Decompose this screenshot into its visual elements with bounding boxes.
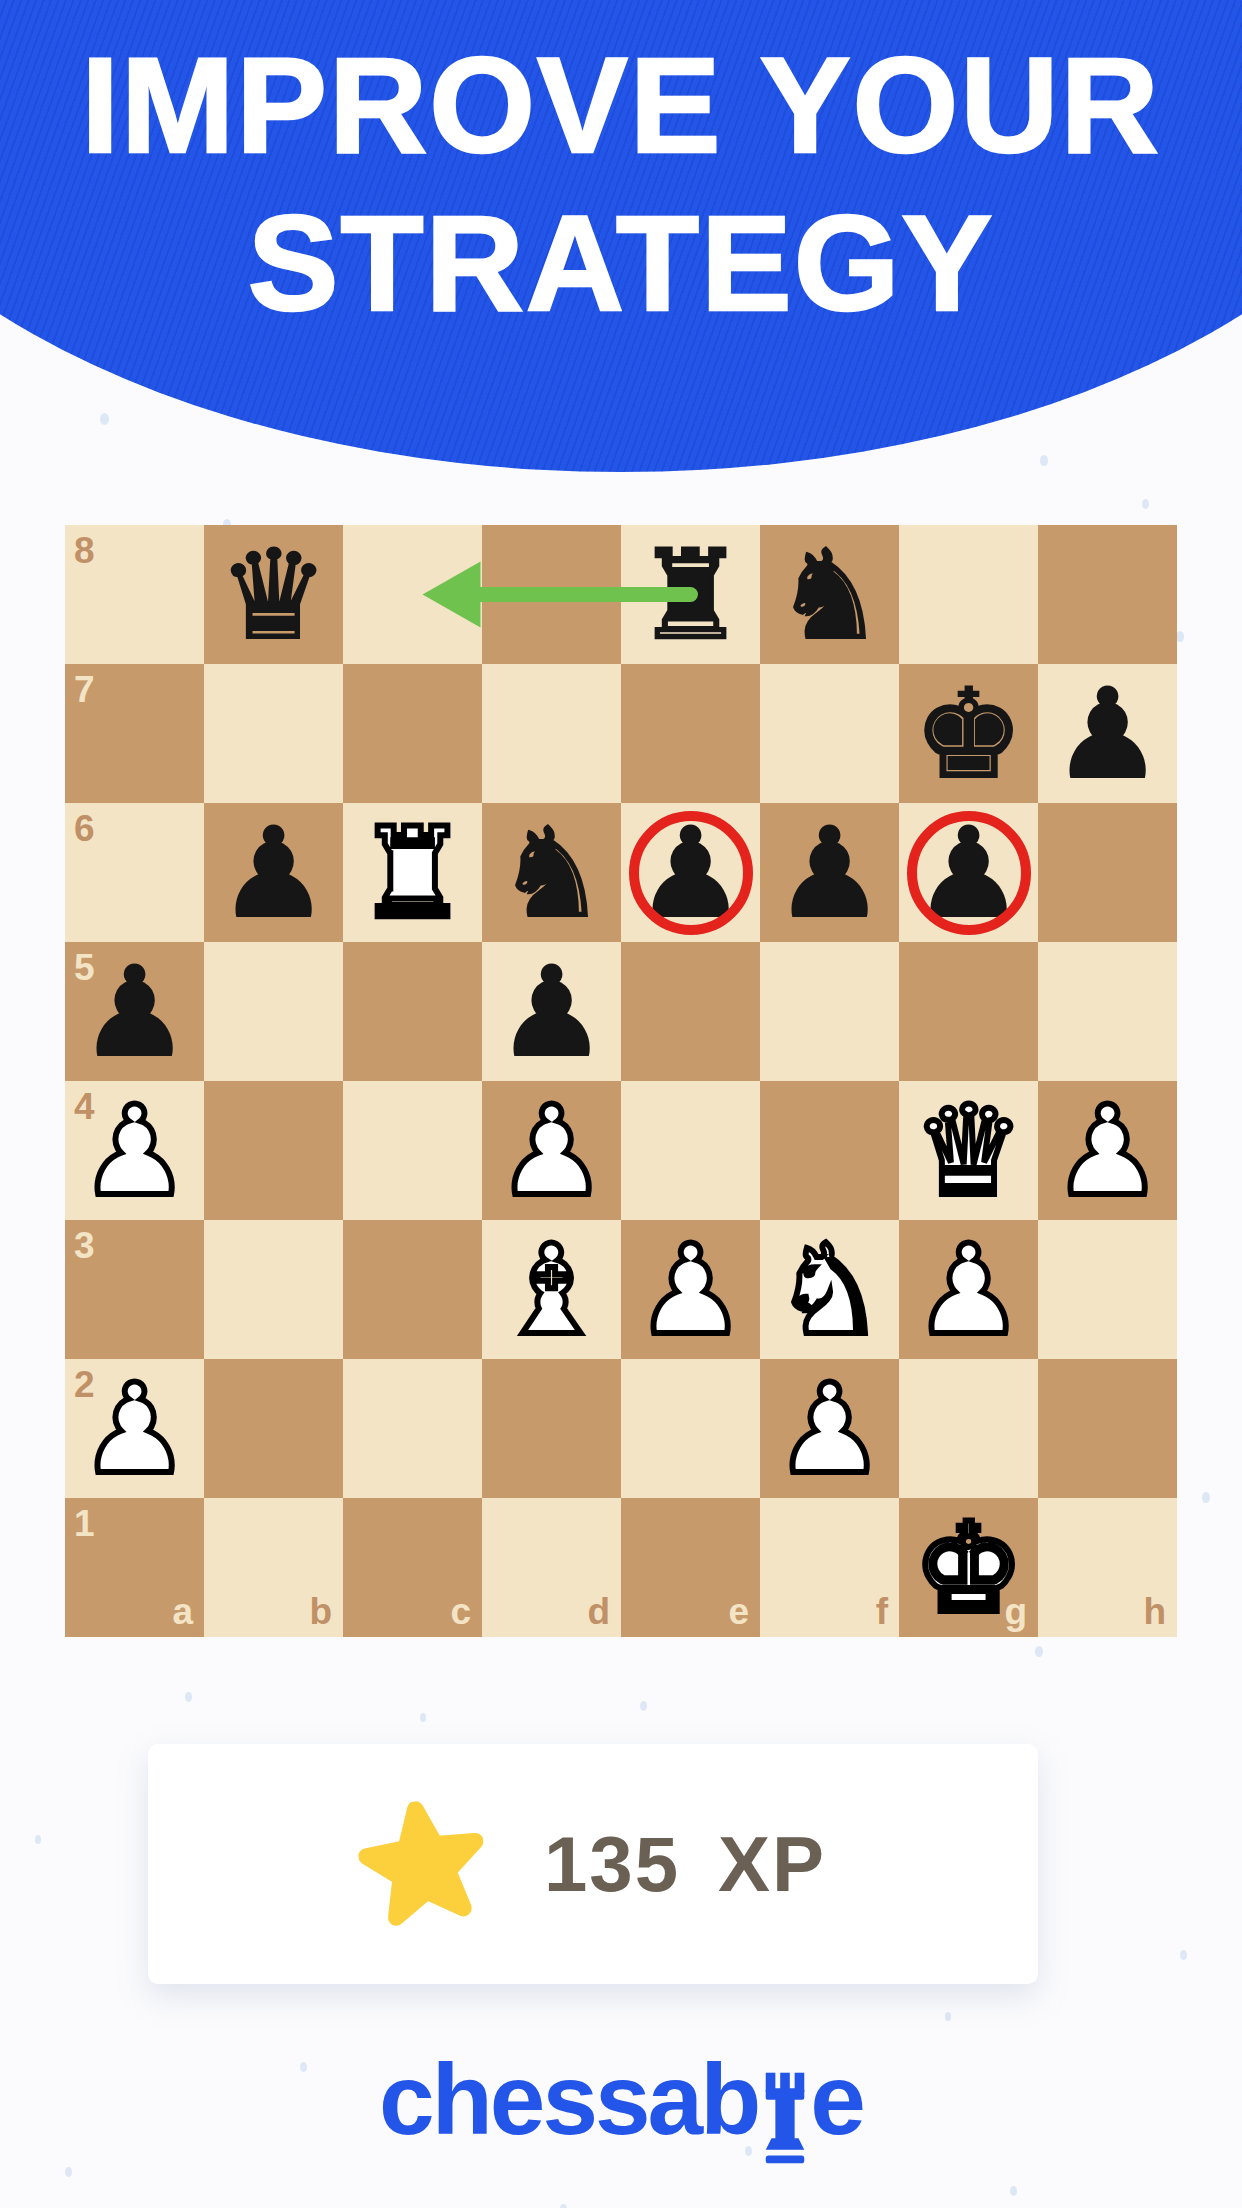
black-queen-b8: ♛	[218, 533, 329, 657]
black-pawn-a5: ♟	[79, 950, 190, 1074]
coordinate-rank-8: 8	[74, 532, 95, 569]
square-h6[interactable]	[1038, 803, 1177, 942]
xp-label: XP	[718, 1819, 826, 1910]
square-h4[interactable]: ♟	[1038, 1081, 1177, 1220]
background-dot	[1180, 1950, 1187, 1960]
square-f5[interactable]	[760, 942, 899, 1081]
square-a3[interactable]: 3	[65, 1220, 204, 1359]
black-rook-e8: ♜	[635, 533, 746, 657]
black-pawn-b6: ♟	[218, 811, 329, 935]
square-g4[interactable]: ♛	[899, 1081, 1038, 1220]
square-b1[interactable]: b	[204, 1498, 343, 1637]
page-title-line1: IMPROVE YOUR	[0, 26, 1242, 184]
background-dot	[945, 2012, 951, 2021]
coordinate-rank-1: 1	[74, 1505, 95, 1542]
xp-reward-card: 135 XP	[148, 1744, 1038, 1984]
background-dot	[1202, 1492, 1210, 1503]
square-c4[interactable]	[343, 1081, 482, 1220]
square-h5[interactable]	[1038, 942, 1177, 1081]
square-a2[interactable]: 2♟	[65, 1359, 204, 1498]
logo-text-left: chessab	[379, 2042, 758, 2157]
coordinate-rank-3: 3	[74, 1227, 95, 1264]
page-title: IMPROVE YOUR STRATEGY	[0, 0, 1242, 342]
coordinate-rank-4: 4	[74, 1088, 95, 1125]
white-pawn-h4: ♟	[1052, 1089, 1163, 1213]
coordinate-file-e: e	[728, 1593, 749, 1630]
background-dot	[1176, 631, 1184, 642]
square-c3[interactable]	[343, 1220, 482, 1359]
coordinate-file-b: b	[309, 1593, 332, 1630]
background-dot	[65, 2167, 72, 2177]
square-c7[interactable]	[343, 664, 482, 803]
background-dot	[1142, 499, 1149, 509]
square-b3[interactable]	[204, 1220, 343, 1359]
xp-value: 135	[544, 1819, 680, 1910]
background-dot	[1010, 2186, 1017, 2196]
square-d1[interactable]: d	[482, 1498, 621, 1637]
chessable-logo[interactable]: chessab e	[0, 2042, 1242, 2157]
square-c2[interactable]	[343, 1359, 482, 1498]
white-knight-f3: ♞	[774, 1228, 885, 1352]
rook-icon	[763, 2065, 807, 2171]
square-h7[interactable]: ♟	[1038, 664, 1177, 803]
square-b2[interactable]	[204, 1359, 343, 1498]
square-f1[interactable]: f	[760, 1498, 899, 1637]
square-b6[interactable]: ♟	[204, 803, 343, 942]
square-e8[interactable]: ♜	[621, 525, 760, 664]
square-f2[interactable]: ♟	[760, 1359, 899, 1498]
square-c8[interactable]	[343, 525, 482, 664]
star-icon	[352, 1793, 494, 1935]
square-d4[interactable]: ♟	[482, 1081, 621, 1220]
square-c1[interactable]: c	[343, 1498, 482, 1637]
black-knight-f8: ♞	[774, 533, 885, 657]
white-pawn-f2: ♟	[774, 1367, 885, 1491]
square-g3[interactable]: ♟	[899, 1220, 1038, 1359]
square-a4[interactable]: 4♟	[65, 1081, 204, 1220]
coordinate-rank-6: 6	[74, 810, 95, 847]
white-queen-g4: ♛	[913, 1089, 1024, 1213]
square-c6[interactable]: ♜	[343, 803, 482, 942]
background-dot	[185, 1692, 192, 1702]
header-banner: IMPROVE YOUR STRATEGY	[0, 0, 1242, 472]
background-dot	[35, 1835, 41, 1844]
black-pawn-e6: ♟	[635, 811, 746, 935]
square-f8[interactable]: ♞	[760, 525, 899, 664]
square-f6[interactable]: ♟	[760, 803, 899, 942]
square-f7[interactable]	[760, 664, 899, 803]
square-b5[interactable]	[204, 942, 343, 1081]
square-g1[interactable]: g♚	[899, 1498, 1038, 1637]
white-rook-c6: ♜	[357, 811, 468, 935]
chess-board[interactable]: 8♛♜♞7♚♟6♟♜♞♟♟♟5♟♟4♟♟♛♟3♝♟♞♟2♟♟1abcdefg♚h	[65, 525, 1177, 1637]
white-pawn-a2: ♟	[79, 1367, 190, 1491]
square-g7[interactable]: ♚	[899, 664, 1038, 803]
coordinate-file-a: a	[172, 1593, 193, 1630]
square-h3[interactable]	[1038, 1220, 1177, 1359]
xp-amount: 135 XP	[544, 1819, 826, 1910]
black-pawn-g6: ♟	[913, 811, 1024, 935]
white-pawn-g3: ♟	[913, 1228, 1024, 1352]
white-pawn-d4: ♟	[496, 1089, 607, 1213]
square-g6[interactable]: ♟	[899, 803, 1038, 942]
white-pawn-e3: ♟	[635, 1228, 746, 1352]
square-e2[interactable]	[621, 1359, 760, 1498]
square-e6[interactable]: ♟	[621, 803, 760, 942]
square-d2[interactable]	[482, 1359, 621, 1498]
square-c5[interactable]	[343, 942, 482, 1081]
square-g5[interactable]	[899, 942, 1038, 1081]
background-dot	[640, 1701, 647, 1711]
background-dot	[100, 413, 109, 425]
coordinate-file-d: d	[587, 1593, 610, 1630]
square-e1[interactable]: e	[621, 1498, 760, 1637]
black-king-g7: ♚	[913, 672, 1024, 796]
black-pawn-d5: ♟	[496, 950, 607, 1074]
square-d6[interactable]: ♞	[482, 803, 621, 942]
page-title-line2: STRATEGY	[0, 184, 1242, 342]
square-b4[interactable]	[204, 1081, 343, 1220]
square-d3[interactable]: ♝	[482, 1220, 621, 1359]
black-pawn-h7: ♟	[1052, 672, 1163, 796]
coordinate-rank-7: 7	[74, 671, 95, 708]
square-e4[interactable]	[621, 1081, 760, 1220]
square-a1[interactable]: 1a	[65, 1498, 204, 1637]
coordinate-file-h: h	[1143, 1593, 1166, 1630]
square-e3[interactable]: ♟	[621, 1220, 760, 1359]
background-dot	[1035, 1646, 1043, 1657]
square-a6[interactable]: 6	[65, 803, 204, 942]
black-knight-d6: ♞	[496, 811, 607, 935]
square-h8[interactable]	[1038, 525, 1177, 664]
background-dot	[1040, 455, 1048, 466]
square-f4[interactable]	[760, 1081, 899, 1220]
white-pawn-a4: ♟	[79, 1089, 190, 1213]
coordinate-file-c: c	[450, 1593, 471, 1630]
square-d7[interactable]	[482, 664, 621, 803]
black-pawn-f6: ♟	[774, 811, 885, 935]
square-e5[interactable]	[621, 942, 760, 1081]
square-a5[interactable]: 5♟	[65, 942, 204, 1081]
square-b8[interactable]: ♛	[204, 525, 343, 664]
square-g2[interactable]	[899, 1359, 1038, 1498]
square-d8[interactable]	[482, 525, 621, 664]
logo-text-right: e	[810, 2042, 863, 2157]
square-b7[interactable]	[204, 664, 343, 803]
background-dot	[420, 1713, 426, 1722]
coordinate-rank-2: 2	[74, 1366, 95, 1403]
square-e7[interactable]	[621, 664, 760, 803]
coordinate-rank-5: 5	[74, 949, 95, 986]
square-h1[interactable]: h	[1038, 1498, 1177, 1637]
coordinate-file-g: g	[1004, 1593, 1027, 1630]
background-dot	[560, 2204, 567, 2208]
square-f3[interactable]: ♞	[760, 1220, 899, 1359]
square-g8[interactable]	[899, 525, 1038, 664]
white-bishop-d3: ♝	[496, 1228, 607, 1352]
square-a8[interactable]: 8	[65, 525, 204, 664]
square-h2[interactable]	[1038, 1359, 1177, 1498]
square-d5[interactable]: ♟	[482, 942, 621, 1081]
square-a7[interactable]: 7	[65, 664, 204, 803]
coordinate-file-f: f	[876, 1593, 888, 1630]
